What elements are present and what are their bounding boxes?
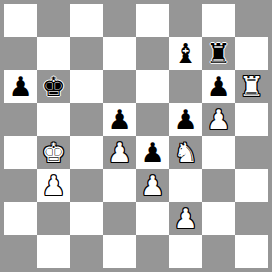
white-pawn[interactable]: ♟	[136, 169, 169, 202]
square-b6[interactable]: ♚	[37, 70, 70, 103]
square-f1[interactable]	[169, 235, 202, 268]
square-g3[interactable]	[202, 169, 235, 202]
square-a8[interactable]	[4, 4, 37, 37]
square-c5[interactable]	[70, 103, 103, 136]
square-c4[interactable]	[70, 136, 103, 169]
chess-board-frame: ♝♜♟♚♟♜♟♟♟♚♟♟♞♟♟♟	[0, 0, 272, 272]
square-g7[interactable]: ♜	[202, 37, 235, 70]
square-f8[interactable]	[169, 4, 202, 37]
black-bishop[interactable]: ♝	[169, 37, 202, 70]
square-h8[interactable]	[235, 4, 268, 37]
square-e6[interactable]	[136, 70, 169, 103]
square-b1[interactable]	[37, 235, 70, 268]
square-b4[interactable]: ♚	[37, 136, 70, 169]
square-a7[interactable]	[4, 37, 37, 70]
square-h2[interactable]	[235, 202, 268, 235]
square-h3[interactable]	[235, 169, 268, 202]
square-e7[interactable]	[136, 37, 169, 70]
square-d8[interactable]	[103, 4, 136, 37]
square-h6[interactable]: ♜	[235, 70, 268, 103]
square-c8[interactable]	[70, 4, 103, 37]
black-pawn[interactable]: ♟	[136, 136, 169, 169]
square-a6[interactable]: ♟	[4, 70, 37, 103]
square-d4[interactable]: ♟	[103, 136, 136, 169]
white-pawn[interactable]: ♟	[103, 136, 136, 169]
square-f4[interactable]: ♞	[169, 136, 202, 169]
square-g2[interactable]	[202, 202, 235, 235]
square-g5[interactable]: ♟	[202, 103, 235, 136]
square-c7[interactable]	[70, 37, 103, 70]
square-b2[interactable]	[37, 202, 70, 235]
square-e3[interactable]: ♟	[136, 169, 169, 202]
square-a2[interactable]	[4, 202, 37, 235]
square-f7[interactable]: ♝	[169, 37, 202, 70]
square-c2[interactable]	[70, 202, 103, 235]
square-d1[interactable]	[103, 235, 136, 268]
square-b8[interactable]	[37, 4, 70, 37]
white-knight[interactable]: ♞	[169, 136, 202, 169]
square-b7[interactable]	[37, 37, 70, 70]
white-pawn[interactable]: ♟	[169, 202, 202, 235]
square-c3[interactable]	[70, 169, 103, 202]
white-king[interactable]: ♚	[37, 136, 70, 169]
square-d2[interactable]	[103, 202, 136, 235]
chess-board: ♝♜♟♚♟♜♟♟♟♚♟♟♞♟♟♟	[4, 4, 268, 268]
square-h7[interactable]	[235, 37, 268, 70]
square-e4[interactable]: ♟	[136, 136, 169, 169]
square-a4[interactable]	[4, 136, 37, 169]
square-a3[interactable]	[4, 169, 37, 202]
square-b3[interactable]: ♟	[37, 169, 70, 202]
black-pawn[interactable]: ♟	[169, 103, 202, 136]
square-g8[interactable]	[202, 4, 235, 37]
square-d5[interactable]: ♟	[103, 103, 136, 136]
black-pawn[interactable]: ♟	[4, 70, 37, 103]
square-g1[interactable]	[202, 235, 235, 268]
square-g6[interactable]: ♟	[202, 70, 235, 103]
square-g4[interactable]	[202, 136, 235, 169]
square-a5[interactable]	[4, 103, 37, 136]
black-rook[interactable]: ♜	[202, 37, 235, 70]
square-e8[interactable]	[136, 4, 169, 37]
square-c6[interactable]	[70, 70, 103, 103]
square-h5[interactable]	[235, 103, 268, 136]
square-d7[interactable]	[103, 37, 136, 70]
square-e1[interactable]	[136, 235, 169, 268]
black-pawn[interactable]: ♟	[202, 70, 235, 103]
square-a1[interactable]	[4, 235, 37, 268]
square-h4[interactable]	[235, 136, 268, 169]
square-d6[interactable]	[103, 70, 136, 103]
white-pawn[interactable]: ♟	[202, 103, 235, 136]
black-king[interactable]: ♚	[37, 70, 70, 103]
square-f5[interactable]: ♟	[169, 103, 202, 136]
square-b5[interactable]	[37, 103, 70, 136]
square-f2[interactable]: ♟	[169, 202, 202, 235]
square-f3[interactable]	[169, 169, 202, 202]
square-e5[interactable]	[136, 103, 169, 136]
white-rook[interactable]: ♜	[235, 70, 268, 103]
square-e2[interactable]	[136, 202, 169, 235]
square-c1[interactable]	[70, 235, 103, 268]
black-pawn[interactable]: ♟	[103, 103, 136, 136]
square-h1[interactable]	[235, 235, 268, 268]
square-d3[interactable]	[103, 169, 136, 202]
square-f6[interactable]	[169, 70, 202, 103]
white-pawn[interactable]: ♟	[37, 169, 70, 202]
